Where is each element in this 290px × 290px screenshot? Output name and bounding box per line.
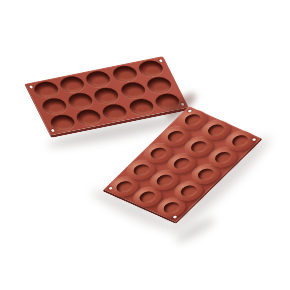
product-photo	[0, 0, 290, 290]
round-cavity	[40, 96, 70, 115]
round-cavity	[92, 86, 122, 105]
round-cavity	[100, 102, 130, 121]
round-cavity	[58, 75, 88, 94]
round-cavity	[74, 108, 104, 127]
round-cavity	[144, 75, 174, 94]
corner-hole	[159, 59, 163, 62]
round-cavity	[66, 91, 96, 110]
corner-hole	[51, 129, 55, 132]
round-cavity	[126, 97, 156, 116]
round-cavity	[84, 69, 114, 88]
round-cavity	[31, 80, 61, 99]
round-cavity	[110, 64, 140, 83]
corner-hole	[29, 85, 33, 88]
round-cavity	[118, 81, 148, 100]
